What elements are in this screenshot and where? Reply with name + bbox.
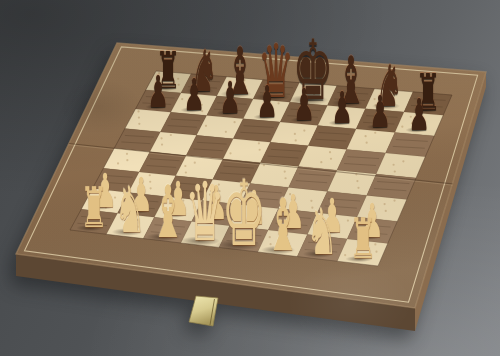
white-knight-icon: ♞ [306,200,338,264]
piece-black-pawn-g7[interactable]: ♟ [360,89,399,133]
pieces-layer: ♜♞♝♛♚♝♞♜♟♟♟♟♟♟♟♟♟♟♟♟♟♟♟♟♜♞♝♛♚♝♞♜ [0,0,500,356]
piece-black-pawn-e7[interactable]: ♟ [284,82,323,126]
black-pawn-icon: ♟ [147,69,169,113]
black-pawn-icon: ♟ [331,86,353,130]
black-pawn-icon: ♟ [408,93,430,137]
piece-black-pawn-b7[interactable]: ♟ [174,73,213,117]
piece-black-pawn-d7[interactable]: ♟ [247,79,286,123]
piece-black-pawn-a7[interactable]: ♟ [138,69,177,113]
piece-black-pawn-f7[interactable]: ♟ [322,86,361,130]
piece-black-pawn-c7[interactable]: ♟ [210,76,249,120]
photo-scene: ♜♞♝♛♚♝♞♜♟♟♟♟♟♟♟♟♟♟♟♟♟♟♟♟♜♞♝♛♚♝♞♜ [0,0,500,356]
black-pawn-icon: ♟ [256,79,278,123]
piece-black-pawn-h7[interactable]: ♟ [399,93,438,137]
white-rook-icon: ♜ [349,211,377,267]
piece-white-rook-h1[interactable]: ♜ [337,211,387,267]
black-pawn-icon: ♟ [219,76,241,120]
black-pawn-icon: ♟ [183,73,205,117]
black-pawn-icon: ♟ [369,89,391,133]
black-pawn-icon: ♟ [293,82,315,126]
